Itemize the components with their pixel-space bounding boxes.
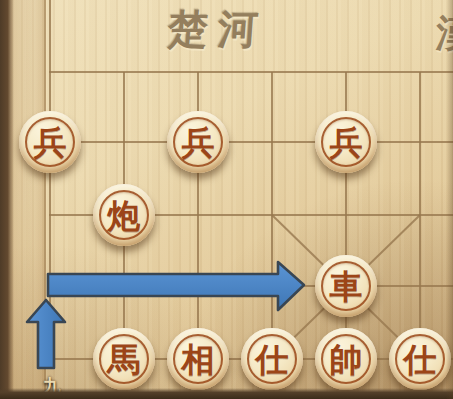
piece-glyph: 帥 (330, 343, 363, 376)
piece-glyph: 兵 (182, 126, 215, 159)
piece-soldier-c6[interactable]: 兵 (167, 111, 229, 173)
piece-chariot-e8[interactable]: 車 (315, 255, 377, 317)
piece-glyph: 兵 (330, 126, 363, 159)
piece-general-e9[interactable]: 帥 (315, 328, 377, 390)
board-frame-left-edge (0, 0, 14, 399)
piece-glyph: 車 (330, 270, 363, 303)
piece-advisor-d9[interactable]: 仕 (241, 328, 303, 390)
piece-glyph: 仕 (404, 343, 437, 376)
piece-soldier-a6[interactable]: 兵 (19, 111, 81, 173)
board-frame-bottom-edge (0, 388, 453, 399)
piece-cannon-b7[interactable]: 炮 (93, 184, 155, 246)
xiangqi-board-view: 兵兵兵炮車馬相仕帥仕 楚河 漢 九 (0, 0, 453, 399)
wood-grain-texture (0, 0, 453, 399)
piece-elephant-c9[interactable]: 相 (167, 328, 229, 390)
piece-glyph: 仕 (256, 343, 289, 376)
grid-line (271, 72, 273, 360)
piece-advisor-f9[interactable]: 仕 (389, 328, 451, 390)
piece-glyph: 馬 (108, 343, 141, 376)
grid-line (49, 285, 453, 287)
piece-soldier-e6[interactable]: 兵 (315, 111, 377, 173)
piece-glyph: 兵 (34, 126, 67, 159)
piece-horse-b9[interactable]: 馬 (93, 328, 155, 390)
move-arrows (0, 0, 453, 399)
river-label-chu-he: 楚河 (166, 2, 270, 57)
grid-line (49, 0, 51, 360)
board-frame-right-edge (446, 0, 453, 399)
piece-glyph: 相 (182, 343, 215, 376)
grid-line (419, 72, 421, 360)
grid-line (49, 71, 453, 73)
piece-glyph: 炮 (108, 199, 141, 232)
grid-line (49, 141, 453, 143)
palace-diagonals (0, 0, 453, 399)
